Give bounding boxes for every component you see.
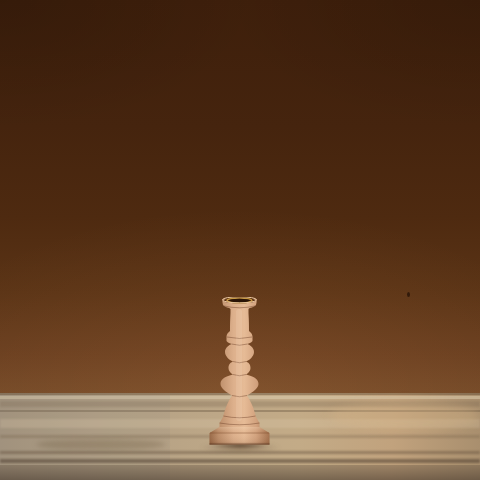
candle-cup-hole — [229, 299, 250, 303]
plinth-bottom-shadow — [210, 443, 270, 445]
plinth-shading — [210, 427, 270, 445]
wall-speck — [407, 292, 410, 297]
wood-knot — [36, 439, 166, 450]
wooden-candlestick — [200, 297, 279, 446]
specular-highlight — [236, 309, 242, 421]
wood-warm-patch — [330, 401, 480, 431]
still-life-scene — [0, 0, 480, 480]
wood-gray-patch — [0, 395, 170, 480]
